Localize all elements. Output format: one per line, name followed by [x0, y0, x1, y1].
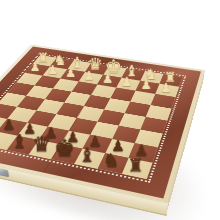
piece-wb: ♝: [68, 55, 87, 70]
chess-board: ♜♞♝♛♚♝♞♜♟♟♟♟♟♟♟♟♟♟♟♟♟♟♟♟♜♞♝♛♚♝♞♜: [0, 45, 205, 203]
piece-wb: ♝: [122, 63, 141, 78]
board-grid: ♜♞♝♛♚♝♞♜♟♟♟♟♟♟♟♟♟♟♟♟♟♟♟♟♜♞♝♛♚♝♞♜: [0, 55, 183, 179]
square: [0, 93, 26, 107]
piece-wn: ♞: [141, 67, 160, 82]
square: [125, 102, 151, 117]
stud-border: ♜♞♝♛♚♝♞♜♟♟♟♟♟♟♟♟♟♟♟♟♟♟♟♟♜♞♝♛♚♝♞♜: [0, 53, 186, 182]
piece-wq: ♛: [86, 56, 105, 73]
scene: ♜♞♝♛♚♝♞♜♟♟♟♟♟♟♟♟♟♟♟♟♟♟♟♟♜♞♝♛♚♝♞♜: [0, 0, 220, 220]
piece-wr: ♜: [160, 71, 180, 85]
piece-wn: ♞: [51, 53, 70, 67]
square: ♞: [98, 153, 129, 174]
square: ♜: [122, 158, 153, 179]
square: ♟: [105, 139, 134, 158]
clasp: [0, 168, 9, 178]
square: [36, 99, 64, 114]
piece-bp: ♟: [129, 144, 153, 159]
product-photo: ♜♞♝♛♚♝♞♜♟♟♟♟♟♟♟♟♟♟♟♟♟♟♟♟♜♞♝♛♚♝♞♜: [0, 0, 220, 220]
piece-bp: ♟: [106, 139, 130, 154]
piece-bp: ♟: [39, 126, 62, 141]
piece-bp: ♟: [83, 135, 107, 150]
square: [17, 96, 45, 111]
piece-bp: ♟: [18, 122, 41, 136]
square: [64, 92, 91, 106]
piece-wr: ♜: [34, 51, 52, 64]
square: [84, 95, 110, 110]
